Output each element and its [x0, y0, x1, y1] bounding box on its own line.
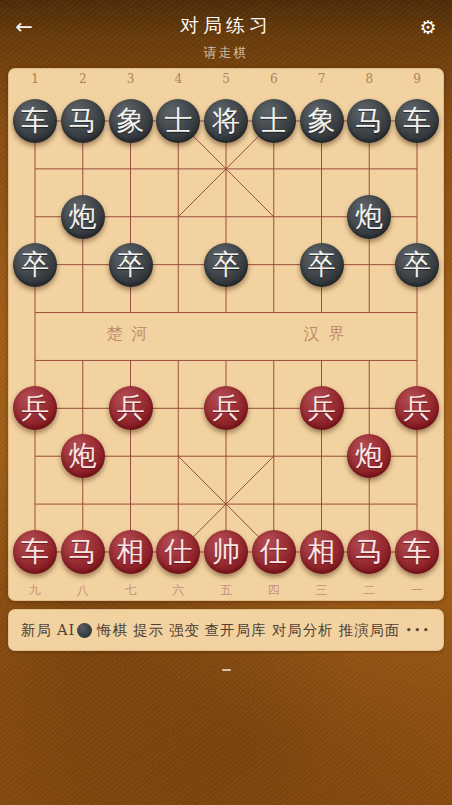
hint-button[interactable]: 提示 — [133, 621, 164, 640]
ai-side-button[interactable]: AI — [57, 622, 92, 638]
piece-black-elephant[interactable]: 象 — [109, 99, 153, 143]
file-number-bottom: 五 — [220, 584, 232, 596]
home-indicator — [222, 669, 231, 671]
piece-black-elephant[interactable]: 象 — [300, 99, 344, 143]
piece-red-soldier[interactable]: 兵 — [13, 386, 57, 430]
piece-red-elephant[interactable]: 相 — [300, 530, 344, 574]
xiangqi-board[interactable]: 123456789 九八七六五四三二一 楚河 汉界 车马象士将士象马车炮炮卒卒卒… — [8, 68, 444, 601]
piece-red-advisor[interactable]: 仕 — [156, 530, 200, 574]
piece-black-advisor[interactable]: 士 — [156, 99, 200, 143]
ai-side-button-label: AI — [57, 622, 75, 638]
new-game-button[interactable]: 新局 — [21, 621, 52, 640]
game-analysis-button-label: 对局分析 — [272, 621, 334, 640]
piece-red-chariot[interactable]: 车 — [395, 530, 439, 574]
opening-library-button[interactable]: 查开局库 — [205, 621, 267, 640]
river-label-right: 汉界 — [295, 324, 354, 345]
status-text: 请走棋 — [0, 44, 452, 62]
river-label-left: 楚河 — [98, 324, 157, 345]
file-number-top: 6 — [270, 73, 278, 85]
piece-black-soldier[interactable]: 卒 — [109, 243, 153, 287]
piece-red-soldier[interactable]: 兵 — [204, 386, 248, 430]
replay-position-button[interactable]: 推演局面 — [339, 621, 401, 640]
piece-red-horse[interactable]: 马 — [61, 530, 105, 574]
file-number-bottom: 九 — [29, 584, 41, 596]
board-grid — [8, 68, 444, 601]
ai-black-side-icon — [77, 623, 92, 638]
file-number-bottom: 二 — [363, 584, 375, 596]
piece-red-general[interactable]: 帅 — [204, 530, 248, 574]
settings-button[interactable]: ⚙ — [414, 14, 442, 40]
piece-black-soldier[interactable]: 卒 — [300, 243, 344, 287]
piece-black-horse[interactable]: 马 — [347, 99, 391, 143]
file-number-top: 7 — [318, 73, 326, 85]
piece-black-cannon[interactable]: 炮 — [347, 195, 391, 239]
hint-button-label: 提示 — [133, 621, 164, 640]
undo-button-label: 悔棋 — [97, 621, 128, 640]
file-number-top: 4 — [174, 73, 182, 85]
piece-black-cannon[interactable]: 炮 — [61, 195, 105, 239]
more-button-label: ••• — [405, 624, 430, 637]
file-number-top: 1 — [31, 73, 39, 85]
piece-black-horse[interactable]: 马 — [61, 99, 105, 143]
file-number-top: 8 — [365, 73, 373, 85]
piece-red-chariot[interactable]: 车 — [13, 530, 57, 574]
new-game-button-label: 新局 — [21, 621, 52, 640]
file-number-bottom: 一 — [411, 584, 423, 596]
more-button[interactable]: ••• — [405, 624, 430, 637]
piece-black-chariot[interactable]: 车 — [395, 99, 439, 143]
piece-black-advisor[interactable]: 士 — [252, 99, 296, 143]
piece-black-chariot[interactable]: 车 — [13, 99, 57, 143]
file-number-top: 9 — [413, 73, 421, 85]
piece-black-soldier[interactable]: 卒 — [395, 243, 439, 287]
gear-icon: ⚙ — [419, 16, 436, 38]
force-variation-button[interactable]: 强变 — [169, 621, 200, 640]
piece-black-soldier[interactable]: 卒 — [204, 243, 248, 287]
piece-red-elephant[interactable]: 相 — [109, 530, 153, 574]
piece-red-soldier[interactable]: 兵 — [109, 386, 153, 430]
page-title: 对局练习 — [0, 13, 452, 39]
undo-button[interactable]: 悔棋 — [97, 621, 128, 640]
file-number-bottom: 八 — [77, 584, 89, 596]
piece-red-horse[interactable]: 马 — [347, 530, 391, 574]
piece-red-cannon[interactable]: 炮 — [61, 434, 105, 478]
force-variation-button-label: 强变 — [169, 621, 200, 640]
piece-red-soldier[interactable]: 兵 — [395, 386, 439, 430]
file-number-top: 2 — [79, 73, 87, 85]
file-number-bottom: 七 — [125, 584, 137, 596]
app-screen: ← 对局练习 ⚙ 请走棋 123456789 九八七六五四三二一 楚河 汉界 车… — [0, 0, 452, 805]
game-analysis-button[interactable]: 对局分析 — [272, 621, 334, 640]
piece-red-soldier[interactable]: 兵 — [300, 386, 344, 430]
file-number-bottom: 六 — [172, 584, 184, 596]
piece-black-general[interactable]: 将 — [204, 99, 248, 143]
file-number-bottom: 四 — [268, 584, 280, 596]
piece-red-advisor[interactable]: 仕 — [252, 530, 296, 574]
opening-library-button-label: 查开局库 — [205, 621, 267, 640]
replay-position-button-label: 推演局面 — [339, 621, 401, 640]
file-number-top: 5 — [222, 73, 230, 85]
file-number-bottom: 三 — [316, 584, 328, 596]
piece-black-soldier[interactable]: 卒 — [13, 243, 57, 287]
file-number-top: 3 — [127, 73, 135, 85]
bottom-toolbar: 新局AI悔棋提示强变查开局库对局分析推演局面••• — [8, 609, 444, 651]
